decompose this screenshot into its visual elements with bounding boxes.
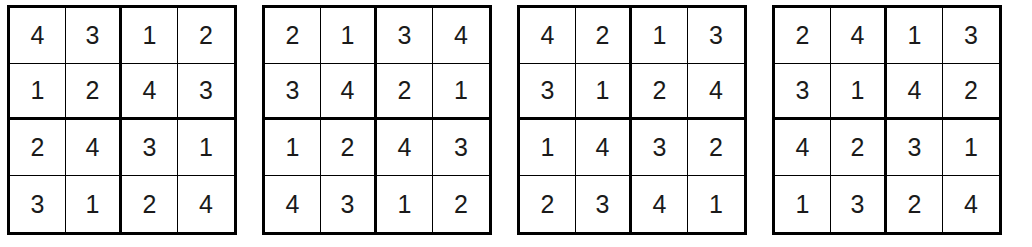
- cell: 3: [576, 176, 632, 232]
- cell: 3: [10, 176, 66, 232]
- cell: 2: [688, 120, 744, 176]
- cell: 4: [632, 176, 688, 232]
- cell: 3: [178, 64, 234, 120]
- cell: 1: [632, 8, 688, 64]
- cell: 3: [520, 64, 576, 120]
- cell: 2: [265, 8, 321, 64]
- cell: 4: [433, 8, 489, 64]
- cell: 4: [688, 64, 744, 120]
- cell: 1: [433, 64, 489, 120]
- sudoku-board-2: 2 1 3 4 3 4 2 1 1 2 4 3 4 3 1 2: [262, 5, 492, 235]
- cell: 3: [943, 8, 999, 64]
- sudoku-board-3: 4 2 1 3 3 1 2 4 1 4 3 2 2 3 4 1: [517, 5, 747, 235]
- cell: 2: [943, 64, 999, 120]
- cell: 2: [433, 176, 489, 232]
- cell: 1: [576, 64, 632, 120]
- cell: 2: [377, 64, 433, 120]
- cell: 4: [66, 120, 122, 176]
- cell: 4: [520, 8, 576, 64]
- cell: 1: [321, 8, 377, 64]
- cell: 2: [66, 64, 122, 120]
- cell: 2: [887, 176, 943, 232]
- cell: 1: [688, 176, 744, 232]
- cell: 1: [66, 176, 122, 232]
- cell: 2: [178, 8, 234, 64]
- cell: 1: [943, 120, 999, 176]
- cell: 2: [632, 64, 688, 120]
- cell: 1: [178, 120, 234, 176]
- cell: 3: [265, 64, 321, 120]
- cell: 1: [520, 120, 576, 176]
- cell: 2: [520, 176, 576, 232]
- cell: 3: [122, 120, 178, 176]
- cell: 4: [10, 8, 66, 64]
- cell: 4: [321, 64, 377, 120]
- cell: 3: [887, 120, 943, 176]
- cell: 4: [775, 120, 831, 176]
- cell: 3: [632, 120, 688, 176]
- cell: 4: [377, 120, 433, 176]
- sudoku-board-1: 4 3 1 2 1 2 4 3 2 4 3 1 3 1 2 4: [7, 5, 237, 235]
- cell: 1: [775, 176, 831, 232]
- cell: 1: [377, 176, 433, 232]
- cell: 2: [831, 120, 887, 176]
- cell: 3: [321, 176, 377, 232]
- cell: 3: [831, 176, 887, 232]
- cell: 4: [265, 176, 321, 232]
- cell: 3: [433, 120, 489, 176]
- cell: 2: [122, 176, 178, 232]
- cell: 2: [321, 120, 377, 176]
- cell: 4: [831, 8, 887, 64]
- cell: 3: [377, 8, 433, 64]
- cell: 3: [775, 64, 831, 120]
- cell: 4: [178, 176, 234, 232]
- cell: 4: [576, 120, 632, 176]
- cell: 1: [887, 8, 943, 64]
- cell: 1: [831, 64, 887, 120]
- cell: 2: [775, 8, 831, 64]
- cell: 3: [66, 8, 122, 64]
- cell: 3: [688, 8, 744, 64]
- cell: 1: [265, 120, 321, 176]
- cell: 4: [887, 64, 943, 120]
- sudoku-solutions-sheet: 4 3 1 2 1 2 4 3 2 4 3 1 3 1 2 4 2 1 3 4 …: [0, 0, 1032, 247]
- cell: 4: [943, 176, 999, 232]
- cell: 1: [122, 8, 178, 64]
- sudoku-board-4: 2 4 1 3 3 1 4 2 4 2 3 1 1 3 2 4: [772, 5, 1002, 235]
- cell: 2: [576, 8, 632, 64]
- cell: 1: [10, 64, 66, 120]
- cell: 4: [122, 64, 178, 120]
- cell: 2: [10, 120, 66, 176]
